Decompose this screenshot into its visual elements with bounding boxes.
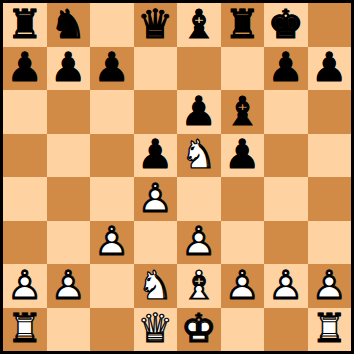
square-c3[interactable]: ♟♙ [90, 221, 134, 265]
square-d7[interactable] [134, 47, 178, 91]
square-d5[interactable]: ♟♙ [134, 134, 178, 178]
square-h5[interactable] [308, 134, 352, 178]
square-h8[interactable] [308, 3, 352, 47]
square-h7[interactable]: ♟♙ [308, 47, 352, 91]
square-e5[interactable]: ♞♘ [177, 134, 221, 178]
square-b6[interactable] [47, 90, 91, 134]
white-pawn-piece: ♟♙ [90, 221, 134, 265]
black-pawn-piece: ♟♙ [134, 134, 178, 178]
white-queen-piece: ♛♕ [134, 308, 178, 352]
square-g5[interactable] [264, 134, 308, 178]
square-d3[interactable] [134, 221, 178, 265]
square-c5[interactable] [90, 134, 134, 178]
square-f4[interactable] [221, 177, 265, 221]
square-e1[interactable]: ♚♔ [177, 308, 221, 352]
square-g4[interactable] [264, 177, 308, 221]
white-pawn-piece: ♟♙ [134, 177, 178, 221]
black-pawn-piece: ♟♙ [221, 134, 265, 178]
square-a1[interactable]: ♜♖ [3, 308, 47, 352]
white-pawn-piece: ♟♙ [221, 264, 265, 308]
square-h4[interactable] [308, 177, 352, 221]
white-rook-piece: ♜♖ [308, 308, 352, 352]
white-pawn-piece: ♟♙ [47, 264, 91, 308]
black-king-piece: ♚♔ [264, 3, 308, 47]
white-king-piece: ♚♔ [177, 308, 221, 352]
black-rook-piece: ♜♖ [221, 3, 265, 47]
square-e2[interactable]: ♝♗ [177, 264, 221, 308]
black-pawn-piece: ♟♙ [3, 47, 47, 91]
square-b8[interactable]: ♞♘ [47, 3, 91, 47]
square-f7[interactable] [221, 47, 265, 91]
square-b7[interactable]: ♟♙ [47, 47, 91, 91]
chess-board-frame: ♜♖♞♘♛♕♝♗♜♖♚♔♟♙♟♙♟♙♟♙♟♙♟♙♝♗♟♙♞♘♟♙♟♙♟♙♟♙♟♙… [0, 0, 354, 354]
square-g3[interactable] [264, 221, 308, 265]
black-pawn-piece: ♟♙ [264, 47, 308, 91]
black-knight-piece: ♞♘ [47, 3, 91, 47]
square-h1[interactable]: ♜♖ [308, 308, 352, 352]
square-b2[interactable]: ♟♙ [47, 264, 91, 308]
square-h2[interactable]: ♟♙ [308, 264, 352, 308]
square-c6[interactable] [90, 90, 134, 134]
square-g2[interactable]: ♟♙ [264, 264, 308, 308]
black-rook-piece: ♜♖ [3, 3, 47, 47]
square-f3[interactable] [221, 221, 265, 265]
square-d6[interactable] [134, 90, 178, 134]
black-bishop-piece: ♝♗ [221, 90, 265, 134]
square-g7[interactable]: ♟♙ [264, 47, 308, 91]
square-a3[interactable] [3, 221, 47, 265]
white-pawn-piece: ♟♙ [308, 264, 352, 308]
square-g8[interactable]: ♚♔ [264, 3, 308, 47]
black-pawn-piece: ♟♙ [177, 90, 221, 134]
square-f8[interactable]: ♜♖ [221, 3, 265, 47]
black-bishop-piece: ♝♗ [177, 3, 221, 47]
square-c1[interactable] [90, 308, 134, 352]
white-knight-piece: ♞♘ [177, 134, 221, 178]
square-a2[interactable]: ♟♙ [3, 264, 47, 308]
white-pawn-piece: ♟♙ [177, 221, 221, 265]
square-d4[interactable]: ♟♙ [134, 177, 178, 221]
black-pawn-piece: ♟♙ [90, 47, 134, 91]
square-g6[interactable] [264, 90, 308, 134]
black-pawn-piece: ♟♙ [308, 47, 352, 91]
square-a7[interactable]: ♟♙ [3, 47, 47, 91]
square-f2[interactable]: ♟♙ [221, 264, 265, 308]
square-g1[interactable] [264, 308, 308, 352]
square-d8[interactable]: ♛♕ [134, 3, 178, 47]
square-e4[interactable] [177, 177, 221, 221]
white-rook-piece: ♜♖ [3, 308, 47, 352]
square-f5[interactable]: ♟♙ [221, 134, 265, 178]
square-a4[interactable] [3, 177, 47, 221]
square-a5[interactable] [3, 134, 47, 178]
chess-board: ♜♖♞♘♛♕♝♗♜♖♚♔♟♙♟♙♟♙♟♙♟♙♟♙♝♗♟♙♞♘♟♙♟♙♟♙♟♙♟♙… [3, 3, 351, 351]
square-a6[interactable] [3, 90, 47, 134]
white-pawn-piece: ♟♙ [264, 264, 308, 308]
square-a8[interactable]: ♜♖ [3, 3, 47, 47]
white-knight-piece: ♞♘ [134, 264, 178, 308]
square-d1[interactable]: ♛♕ [134, 308, 178, 352]
square-c2[interactable] [90, 264, 134, 308]
square-c8[interactable] [90, 3, 134, 47]
square-b3[interactable] [47, 221, 91, 265]
square-f6[interactable]: ♝♗ [221, 90, 265, 134]
square-c4[interactable] [90, 177, 134, 221]
square-b4[interactable] [47, 177, 91, 221]
white-bishop-piece: ♝♗ [177, 264, 221, 308]
square-h3[interactable] [308, 221, 352, 265]
square-h6[interactable] [308, 90, 352, 134]
square-e7[interactable] [177, 47, 221, 91]
square-f1[interactable] [221, 308, 265, 352]
square-b5[interactable] [47, 134, 91, 178]
black-queen-piece: ♛♕ [134, 3, 178, 47]
square-b1[interactable] [47, 308, 91, 352]
white-pawn-piece: ♟♙ [3, 264, 47, 308]
square-d2[interactable]: ♞♘ [134, 264, 178, 308]
square-e6[interactable]: ♟♙ [177, 90, 221, 134]
square-e8[interactable]: ♝♗ [177, 3, 221, 47]
square-e3[interactable]: ♟♙ [177, 221, 221, 265]
square-c7[interactable]: ♟♙ [90, 47, 134, 91]
black-pawn-piece: ♟♙ [47, 47, 91, 91]
